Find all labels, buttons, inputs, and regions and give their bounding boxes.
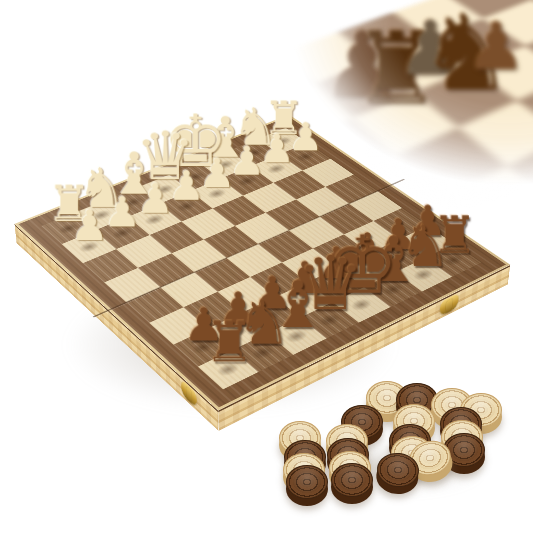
checkers-pile xyxy=(0,0,533,533)
checker-disc-dark xyxy=(331,463,373,497)
product-photo: ♜♞♝♛♚♝♞♜♟♟♟♟♟♟♟♟♟♟♟♟♟♟♟♟♜♞♝♛♚♝♞♜ ♟♜♟♞♟ xyxy=(0,0,533,533)
checker-disc-dark xyxy=(286,465,328,499)
